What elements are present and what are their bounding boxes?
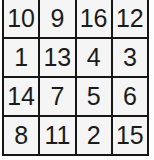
cell-r2c2[interactable]: 13: [40, 39, 74, 76]
cell-r2c4[interactable]: 3: [113, 39, 147, 76]
cell-r1c4[interactable]: 12: [113, 0, 147, 37]
cell-r3c4[interactable]: 6: [113, 78, 147, 115]
cell-r1c2[interactable]: 9: [40, 0, 74, 37]
cell-r3c3[interactable]: 5: [77, 78, 111, 115]
cell-r2c3[interactable]: 4: [77, 39, 111, 76]
cell-r4c3[interactable]: 2: [77, 117, 111, 154]
cell-r4c2[interactable]: 11: [40, 117, 74, 154]
cell-r2c1[interactable]: 1: [4, 39, 38, 76]
cell-r4c1[interactable]: 8: [4, 117, 38, 154]
cell-r3c2[interactable]: 7: [40, 78, 74, 115]
cell-r3c1[interactable]: 14: [4, 78, 38, 115]
number-grid-board: 10916121134314756811215: [2, 0, 149, 156]
cell-r4c4[interactable]: 15: [113, 117, 147, 154]
cell-r1c3[interactable]: 16: [77, 0, 111, 37]
cell-r1c1[interactable]: 10: [4, 0, 38, 37]
